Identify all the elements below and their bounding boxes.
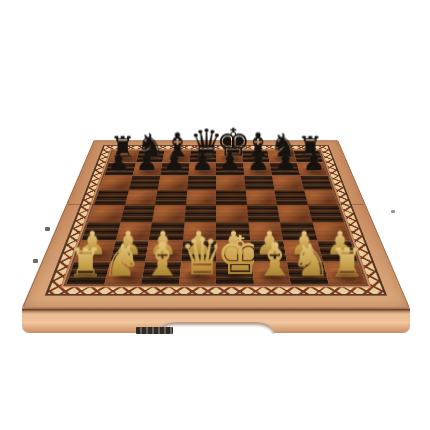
piece-black-pawn[interactable]: ♟ xyxy=(132,149,160,175)
square-h6[interactable] xyxy=(300,175,333,189)
piece-black-pawn[interactable]: ♟ xyxy=(272,149,300,175)
square-c7[interactable]: ♟ xyxy=(160,162,189,175)
piece-white-rook[interactable]: ♜ xyxy=(328,242,365,282)
square-c4[interactable] xyxy=(152,205,185,222)
board-fold-seam xyxy=(68,204,365,205)
square-h4[interactable] xyxy=(308,205,344,222)
square-e7[interactable]: ♟ xyxy=(216,162,244,175)
piece-white-bishop[interactable]: ♝ xyxy=(253,236,290,282)
square-d7[interactable]: ♟ xyxy=(188,162,216,175)
square-h7[interactable]: ♟ xyxy=(296,162,327,175)
square-g4[interactable] xyxy=(277,205,312,222)
square-g6[interactable] xyxy=(272,175,304,189)
piece-black-pawn[interactable]: ♟ xyxy=(188,149,216,175)
square-a7[interactable]: ♟ xyxy=(104,162,135,175)
square-e1[interactable]: ♚ xyxy=(216,261,253,284)
piece-black-pawn[interactable]: ♟ xyxy=(244,149,272,175)
piece-white-bishop[interactable]: ♝ xyxy=(141,236,178,282)
square-g7[interactable]: ♟ xyxy=(270,162,300,175)
square-f4[interactable] xyxy=(247,205,280,222)
square-c1[interactable]: ♝ xyxy=(141,261,180,284)
square-d1[interactable]: ♛ xyxy=(179,261,216,284)
hinge-icon xyxy=(45,227,50,231)
board-playing-field: ♜♞♝♛♚♝♞♜♟♟♟♟♟♟♟♟♟♟♟♟♟♟♟♟♜♞♝♛♚♝♞♜ xyxy=(66,150,365,284)
square-b4[interactable] xyxy=(120,205,155,222)
square-a6[interactable] xyxy=(99,175,132,189)
piece-black-pawn[interactable]: ♟ xyxy=(300,149,328,175)
square-d6[interactable] xyxy=(187,175,216,189)
square-d4[interactable] xyxy=(184,205,216,222)
square-b7[interactable]: ♟ xyxy=(132,162,162,175)
piece-white-knight[interactable]: ♞ xyxy=(104,237,141,282)
chess-set-photo: ♜♞♝♛♚♝♞♜♟♟♟♟♟♟♟♟♟♟♟♟♟♟♟♟♜♞♝♛♚♝♞♜ xyxy=(0,0,430,430)
piece-black-pawn[interactable]: ♟ xyxy=(105,149,133,175)
board-front-edge xyxy=(22,307,410,333)
square-f7[interactable]: ♟ xyxy=(243,162,272,175)
square-c6[interactable] xyxy=(158,175,188,189)
piece-black-pawn[interactable]: ♟ xyxy=(160,149,188,175)
square-e4[interactable] xyxy=(216,205,248,222)
square-b1[interactable]: ♞ xyxy=(104,261,145,284)
square-b6[interactable] xyxy=(129,175,161,189)
piece-white-queen[interactable]: ♛ xyxy=(179,231,216,282)
piece-black-pawn[interactable]: ♟ xyxy=(216,149,244,175)
piece-white-king[interactable]: ♚ xyxy=(216,229,253,283)
piece-white-rook[interactable]: ♜ xyxy=(67,242,104,282)
square-f6[interactable] xyxy=(244,175,274,189)
square-a4[interactable] xyxy=(88,205,124,222)
clasp-icon[interactable] xyxy=(136,327,173,334)
handle-recess[interactable] xyxy=(158,322,274,334)
square-g1[interactable]: ♞ xyxy=(287,261,328,284)
hinge-icon xyxy=(391,210,395,213)
hinge-icon xyxy=(33,259,38,263)
square-h1[interactable]: ♜ xyxy=(322,261,365,284)
square-e6[interactable] xyxy=(216,175,245,189)
square-f1[interactable]: ♝ xyxy=(251,261,290,284)
chess-board: ♜♞♝♛♚♝♞♜♟♟♟♟♟♟♟♟♟♟♟♟♟♟♟♟♜♞♝♛♚♝♞♜ xyxy=(22,140,410,308)
piece-white-knight[interactable]: ♞ xyxy=(291,237,328,282)
